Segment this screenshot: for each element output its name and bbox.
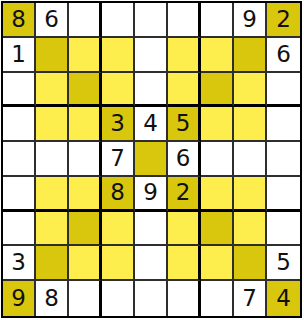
- cell-r6c4[interactable]: 8: [102, 177, 135, 212]
- cell-r1c9[interactable]: 2: [267, 3, 300, 38]
- cell-r2c6[interactable]: [168, 38, 201, 73]
- cell-r4c1[interactable]: [3, 107, 36, 142]
- cell-r9c7[interactable]: [201, 281, 234, 316]
- cell-r7c7[interactable]: [201, 212, 234, 247]
- cell-r7c1[interactable]: [3, 212, 36, 247]
- cell-r9c3[interactable]: [69, 281, 102, 316]
- given-digit: 8: [11, 8, 26, 31]
- given-digit: 6: [276, 43, 291, 66]
- cell-r3c3[interactable]: [69, 73, 102, 108]
- given-digit: 9: [242, 8, 257, 31]
- cell-r1c8[interactable]: 9: [234, 3, 267, 38]
- cell-r1c6[interactable]: [168, 3, 201, 38]
- cell-r2c5[interactable]: [135, 38, 168, 73]
- cell-r2c2[interactable]: [36, 38, 69, 73]
- cell-r8c5[interactable]: [135, 246, 168, 281]
- cell-r9c6[interactable]: [168, 281, 201, 316]
- cell-r3c7[interactable]: [201, 73, 234, 108]
- cell-r5c3[interactable]: [69, 142, 102, 177]
- cell-r2c9[interactable]: 6: [267, 38, 300, 73]
- cell-r6c9[interactable]: [267, 177, 300, 212]
- cell-r6c1[interactable]: [3, 177, 36, 212]
- cell-r4c3[interactable]: [69, 107, 102, 142]
- cell-r6c7[interactable]: [201, 177, 234, 212]
- sudoku-board: 86921634576892359874: [1, 1, 302, 318]
- cell-r1c3[interactable]: [69, 3, 102, 38]
- cell-r8c4[interactable]: [102, 246, 135, 281]
- cell-r5c4[interactable]: 7: [102, 142, 135, 177]
- given-digit: 5: [176, 112, 191, 135]
- cell-r4c8[interactable]: [234, 107, 267, 142]
- cell-r7c3[interactable]: [69, 212, 102, 247]
- cell-r5c6[interactable]: 6: [168, 142, 201, 177]
- given-digit: 3: [11, 251, 26, 274]
- cell-r7c2[interactable]: [36, 212, 69, 247]
- cell-r6c8[interactable]: [234, 177, 267, 212]
- cell-r3c5[interactable]: [135, 73, 168, 108]
- cell-r7c4[interactable]: [102, 212, 135, 247]
- cell-r9c5[interactable]: [135, 281, 168, 316]
- cell-r6c2[interactable]: [36, 177, 69, 212]
- cell-r6c3[interactable]: [69, 177, 102, 212]
- cell-r9c1[interactable]: 9: [3, 281, 36, 316]
- cell-r9c9[interactable]: 4: [267, 281, 300, 316]
- cell-r3c1[interactable]: [3, 73, 36, 108]
- cell-r2c8[interactable]: [234, 38, 267, 73]
- given-digit: 7: [242, 287, 257, 310]
- cell-r8c3[interactable]: [69, 246, 102, 281]
- cell-r2c3[interactable]: [69, 38, 102, 73]
- cell-r3c6[interactable]: [168, 73, 201, 108]
- given-digit: 5: [276, 251, 291, 274]
- cell-r8c7[interactable]: [201, 246, 234, 281]
- cell-r4c5[interactable]: 4: [135, 107, 168, 142]
- cell-r9c2[interactable]: 8: [36, 281, 69, 316]
- cell-r3c9[interactable]: [267, 73, 300, 108]
- given-digit: 9: [11, 287, 26, 310]
- cell-r4c4[interactable]: 3: [102, 107, 135, 142]
- given-digit: 3: [110, 112, 125, 135]
- cell-r4c6[interactable]: 5: [168, 107, 201, 142]
- cell-r7c9[interactable]: [267, 212, 300, 247]
- given-digit: 6: [44, 8, 59, 31]
- given-digit: 1: [11, 43, 26, 66]
- cell-r8c6[interactable]: [168, 246, 201, 281]
- cell-r2c7[interactable]: [201, 38, 234, 73]
- cell-r8c9[interactable]: 5: [267, 246, 300, 281]
- cell-r2c1[interactable]: 1: [3, 38, 36, 73]
- cell-r4c9[interactable]: [267, 107, 300, 142]
- cell-r3c8[interactable]: [234, 73, 267, 108]
- given-digit: 9: [143, 181, 158, 204]
- cell-r5c9[interactable]: [267, 142, 300, 177]
- given-digit: 4: [143, 112, 158, 135]
- cell-r5c2[interactable]: [36, 142, 69, 177]
- cell-r7c5[interactable]: [135, 212, 168, 247]
- cell-r5c8[interactable]: [234, 142, 267, 177]
- cell-r1c7[interactable]: [201, 3, 234, 38]
- cell-r2c4[interactable]: [102, 38, 135, 73]
- cell-r5c5[interactable]: [135, 142, 168, 177]
- given-digit: 8: [110, 181, 125, 204]
- cell-r8c8[interactable]: [234, 246, 267, 281]
- cell-r8c1[interactable]: 3: [3, 246, 36, 281]
- given-digit: 4: [276, 287, 291, 310]
- cell-r7c8[interactable]: [234, 212, 267, 247]
- cell-r3c2[interactable]: [36, 73, 69, 108]
- cell-r1c5[interactable]: [135, 3, 168, 38]
- cell-r5c1[interactable]: [3, 142, 36, 177]
- cell-r1c2[interactable]: 6: [36, 3, 69, 38]
- cell-r9c4[interactable]: [102, 281, 135, 316]
- cell-r8c2[interactable]: [36, 246, 69, 281]
- given-digit: 7: [110, 147, 125, 170]
- given-digit: 2: [276, 8, 291, 31]
- cell-r6c6[interactable]: 2: [168, 177, 201, 212]
- cell-r5c7[interactable]: [201, 142, 234, 177]
- cell-r3c4[interactable]: [102, 73, 135, 108]
- cell-r9c8[interactable]: 7: [234, 281, 267, 316]
- cell-r4c2[interactable]: [36, 107, 69, 142]
- cell-r1c4[interactable]: [102, 3, 135, 38]
- given-digit: 2: [176, 181, 191, 204]
- given-digit: 8: [44, 287, 59, 310]
- given-digit: 6: [176, 147, 191, 170]
- cell-r6c5[interactable]: 9: [135, 177, 168, 212]
- cell-r4c7[interactable]: [201, 107, 234, 142]
- cell-r1c1[interactable]: 8: [3, 3, 36, 38]
- cell-r7c6[interactable]: [168, 212, 201, 247]
